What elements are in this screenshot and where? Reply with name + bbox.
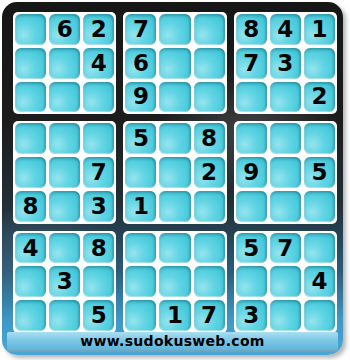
cell-r6c7[interactable] — [236, 191, 267, 222]
cell-r8c9[interactable]: 4 — [304, 266, 335, 297]
cell-r5c5[interactable] — [159, 157, 190, 188]
cell-r2c1[interactable] — [15, 48, 46, 79]
board-frame: 6247698417327835821954835175743 www.sudo… — [2, 2, 343, 355]
cell-r3c4[interactable]: 9 — [125, 82, 156, 113]
cell-r1c9[interactable]: 1 — [304, 14, 335, 45]
box-r2c2: 5821 — [123, 121, 226, 223]
cell-r9c3[interactable]: 5 — [83, 300, 114, 331]
cell-r4c2[interactable] — [49, 123, 80, 154]
cell-r1c6[interactable] — [194, 14, 225, 45]
cell-r6c5[interactable] — [159, 191, 190, 222]
cell-r5c6[interactable]: 2 — [194, 157, 225, 188]
sudoku-widget: 6247698417327835821954835175743 www.sudo… — [0, 0, 350, 360]
cell-r5c4[interactable] — [125, 157, 156, 188]
cell-r3c9[interactable]: 2 — [304, 82, 335, 113]
cell-r7c6[interactable] — [194, 233, 225, 264]
cell-r8c8[interactable] — [270, 266, 301, 297]
cell-r1c4[interactable]: 7 — [125, 14, 156, 45]
box-r3c3: 5743 — [234, 231, 337, 333]
cell-r8c5[interactable] — [159, 266, 190, 297]
cell-r4c8[interactable] — [270, 123, 301, 154]
cell-r2c3[interactable]: 4 — [83, 48, 114, 79]
cell-r2c9[interactable] — [304, 48, 335, 79]
cell-r9c7[interactable]: 3 — [236, 300, 267, 331]
cell-r3c2[interactable] — [49, 82, 80, 113]
cell-r4c5[interactable] — [159, 123, 190, 154]
cell-r9c9[interactable] — [304, 300, 335, 331]
cell-r7c8[interactable]: 7 — [270, 233, 301, 264]
cell-r3c1[interactable] — [15, 82, 46, 113]
cell-r2c7[interactable]: 7 — [236, 48, 267, 79]
cell-r4c4[interactable]: 5 — [125, 123, 156, 154]
box-r2c3: 95 — [234, 121, 337, 223]
box-r2c1: 783 — [13, 121, 116, 223]
cell-r8c2[interactable]: 3 — [49, 266, 80, 297]
cell-r1c1[interactable] — [15, 14, 46, 45]
cell-r2c2[interactable] — [49, 48, 80, 79]
sudoku-board: 6247698417327835821954835175743 — [13, 12, 337, 333]
cell-r4c3[interactable] — [83, 123, 114, 154]
cell-r1c8[interactable]: 4 — [270, 14, 301, 45]
cell-r9c6[interactable]: 7 — [194, 300, 225, 331]
cell-r7c2[interactable] — [49, 233, 80, 264]
cell-r7c7[interactable]: 5 — [236, 233, 267, 264]
cell-r2c5[interactable] — [159, 48, 190, 79]
cell-r1c5[interactable] — [159, 14, 190, 45]
cell-r2c4[interactable]: 6 — [125, 48, 156, 79]
website-link[interactable]: www.sudokusweb.com — [80, 333, 264, 349]
cell-r8c4[interactable] — [125, 266, 156, 297]
cell-r1c2[interactable]: 6 — [49, 14, 80, 45]
cell-r3c5[interactable] — [159, 82, 190, 113]
cell-r9c5[interactable]: 1 — [159, 300, 190, 331]
cell-r7c5[interactable] — [159, 233, 190, 264]
cell-r6c9[interactable] — [304, 191, 335, 222]
cell-r8c1[interactable] — [15, 266, 46, 297]
cell-r7c3[interactable]: 8 — [83, 233, 114, 264]
cell-r8c3[interactable] — [83, 266, 114, 297]
box-r3c1: 4835 — [13, 231, 116, 333]
cell-r1c7[interactable]: 8 — [236, 14, 267, 45]
cell-r3c7[interactable] — [236, 82, 267, 113]
footer-banner: www.sudokusweb.com — [7, 332, 338, 352]
box-r1c2: 769 — [123, 12, 226, 114]
cell-r6c2[interactable] — [49, 191, 80, 222]
cell-r7c9[interactable] — [304, 233, 335, 264]
cell-r3c3[interactable] — [83, 82, 114, 113]
cell-r5c8[interactable] — [270, 157, 301, 188]
cell-r6c1[interactable]: 8 — [15, 191, 46, 222]
cell-r5c1[interactable] — [15, 157, 46, 188]
cell-r7c4[interactable] — [125, 233, 156, 264]
cell-r4c1[interactable] — [15, 123, 46, 154]
cell-r4c7[interactable] — [236, 123, 267, 154]
cell-r3c8[interactable] — [270, 82, 301, 113]
cell-r6c8[interactable] — [270, 191, 301, 222]
cell-r9c1[interactable] — [15, 300, 46, 331]
box-r1c3: 841732 — [234, 12, 337, 114]
cell-r5c9[interactable]: 5 — [304, 157, 335, 188]
box-r1c1: 624 — [13, 12, 116, 114]
box-r3c2: 17 — [123, 231, 226, 333]
cell-r4c9[interactable] — [304, 123, 335, 154]
cell-r5c2[interactable] — [49, 157, 80, 188]
cell-r6c6[interactable] — [194, 191, 225, 222]
cell-r3c6[interactable] — [194, 82, 225, 113]
cell-r2c6[interactable] — [194, 48, 225, 79]
cell-r6c3[interactable]: 3 — [83, 191, 114, 222]
cell-r7c1[interactable]: 4 — [15, 233, 46, 264]
cell-r8c6[interactable] — [194, 266, 225, 297]
cell-r4c6[interactable]: 8 — [194, 123, 225, 154]
cell-r5c3[interactable]: 7 — [83, 157, 114, 188]
cell-r8c7[interactable] — [236, 266, 267, 297]
cell-r9c8[interactable] — [270, 300, 301, 331]
cell-r1c3[interactable]: 2 — [83, 14, 114, 45]
cell-r9c4[interactable] — [125, 300, 156, 331]
cell-r9c2[interactable] — [49, 300, 80, 331]
cell-r5c7[interactable]: 9 — [236, 157, 267, 188]
cell-r6c4[interactable]: 1 — [125, 191, 156, 222]
cell-r2c8[interactable]: 3 — [270, 48, 301, 79]
